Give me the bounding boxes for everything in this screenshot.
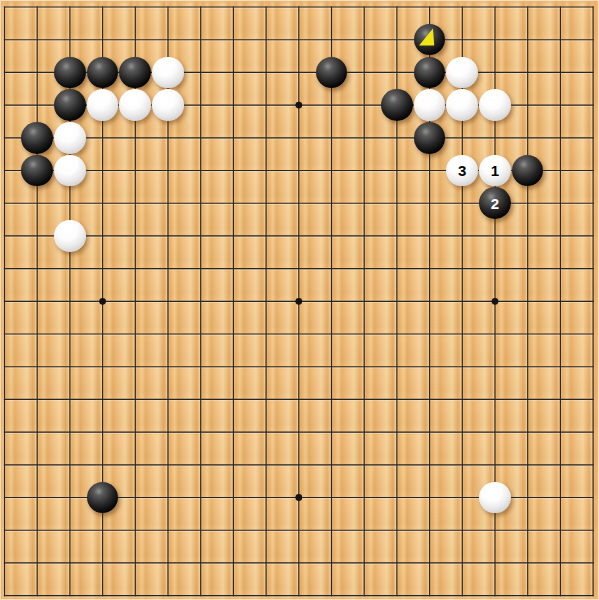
stone-black-D17: [87, 57, 119, 89]
stone-white-O16: [414, 89, 446, 121]
stone-black-D4: [87, 482, 119, 514]
stone-white-P16: [446, 89, 478, 121]
stone-white-P17: [446, 57, 478, 89]
stone-black-B15: [21, 122, 53, 154]
stone-white-C14: [54, 155, 86, 187]
stone-black-L17: [316, 57, 348, 89]
go-board[interactable]: 312: [0, 0, 599, 600]
stone-white-C15: [54, 122, 86, 154]
triangle-marker-icon: [414, 24, 446, 56]
stone-white-F17: [152, 57, 184, 89]
stone-white-Q16: [479, 89, 511, 121]
stone-black-B14: [21, 155, 53, 187]
stone-black-O15: [414, 122, 446, 154]
stone-white-P14: 3: [446, 155, 478, 187]
move-number-label: 2: [491, 196, 499, 211]
stones-layer: 312: [0, 0, 599, 600]
stone-white-C12: [54, 220, 86, 252]
stone-white-D16: [87, 89, 119, 121]
stone-black-O17: [414, 57, 446, 89]
stone-white-Q14: 1: [479, 155, 511, 187]
stone-black-Q13: 2: [479, 187, 511, 219]
stone-black-R14: [512, 155, 544, 187]
stone-black-O18: [414, 24, 446, 56]
stone-black-C16: [54, 89, 86, 121]
stone-black-C17: [54, 57, 86, 89]
stone-black-E17: [119, 57, 151, 89]
move-number-label: 1: [491, 163, 499, 178]
stone-white-E16: [119, 89, 151, 121]
stone-white-F16: [152, 89, 184, 121]
stone-black-N16: [381, 89, 413, 121]
stone-white-Q4: [479, 482, 511, 514]
move-number-label: 3: [458, 163, 466, 178]
